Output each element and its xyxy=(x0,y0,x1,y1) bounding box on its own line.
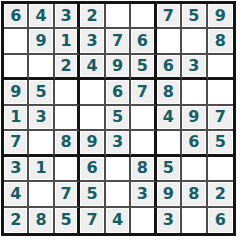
cell-r8c4: 5 xyxy=(80,182,105,207)
cell-r8c6: 3 xyxy=(131,182,156,207)
cell-r5c5: 5 xyxy=(106,106,131,131)
cell-r3c5: 9 xyxy=(106,55,131,80)
cell-r8c5[interactable] xyxy=(106,182,131,207)
cell-r9c5: 4 xyxy=(106,208,131,233)
cell-r7c7: 5 xyxy=(157,157,182,182)
cell-r3c6: 5 xyxy=(131,55,156,80)
cell-r8c9: 2 xyxy=(208,182,233,207)
cell-r3c1[interactable] xyxy=(4,55,29,80)
cell-r4c1: 9 xyxy=(4,80,29,105)
cell-r7c9[interactable] xyxy=(208,157,233,182)
cell-r8c3: 7 xyxy=(55,182,80,207)
cell-r1c4: 2 xyxy=(80,4,105,29)
cell-r2c5: 7 xyxy=(106,29,131,54)
cell-r5c1: 1 xyxy=(4,106,29,131)
cell-r4c5: 6 xyxy=(106,80,131,105)
cell-r7c1: 3 xyxy=(4,157,29,182)
cell-r7c5[interactable] xyxy=(106,157,131,182)
cell-r9c3: 5 xyxy=(55,208,80,233)
cell-r4c3[interactable] xyxy=(55,80,80,105)
cell-r4c7: 8 xyxy=(157,80,182,105)
cell-r8c8: 8 xyxy=(182,182,207,207)
cell-r3c7: 6 xyxy=(157,55,182,80)
cell-r5c8: 9 xyxy=(182,106,207,131)
cell-r1c7: 7 xyxy=(157,4,182,29)
cell-r7c4: 6 xyxy=(80,157,105,182)
cell-r3c2[interactable] xyxy=(29,55,54,80)
cell-r8c1: 4 xyxy=(4,182,29,207)
cell-r6c8: 6 xyxy=(182,131,207,156)
cell-r9c8[interactable] xyxy=(182,208,207,233)
cell-r4c4[interactable] xyxy=(80,80,105,105)
cell-r5c7: 4 xyxy=(157,106,182,131)
cell-r2c7[interactable] xyxy=(157,29,182,54)
cell-r6c7[interactable] xyxy=(157,131,182,156)
cell-r1c1: 6 xyxy=(4,4,29,29)
cell-r6c1: 7 xyxy=(4,131,29,156)
cell-r3c4: 4 xyxy=(80,55,105,80)
cell-r2c8[interactable] xyxy=(182,29,207,54)
cell-r6c5: 3 xyxy=(106,131,131,156)
cell-r7c8[interactable] xyxy=(182,157,207,182)
cell-r5c4[interactable] xyxy=(80,106,105,131)
cell-r9c1: 2 xyxy=(4,208,29,233)
cell-r5c2: 3 xyxy=(29,106,54,131)
cell-r2c3: 1 xyxy=(55,29,80,54)
cell-r8c7: 9 xyxy=(157,182,182,207)
cell-r1c8: 5 xyxy=(182,4,207,29)
cell-r1c2: 4 xyxy=(29,4,54,29)
cell-r9c6[interactable] xyxy=(131,208,156,233)
cell-r6c2[interactable] xyxy=(29,131,54,156)
cell-r8c2[interactable] xyxy=(29,182,54,207)
cell-r6c3: 8 xyxy=(55,131,80,156)
cell-r1c3: 3 xyxy=(55,4,80,29)
cell-r4c2: 5 xyxy=(29,80,54,105)
cell-r2c6: 6 xyxy=(131,29,156,54)
cell-r5c3[interactable] xyxy=(55,106,80,131)
cell-r5c9: 7 xyxy=(208,106,233,131)
cell-r6c4: 9 xyxy=(80,131,105,156)
cell-r9c7: 3 xyxy=(157,208,182,233)
cell-r5c6[interactable] xyxy=(131,106,156,131)
cell-r6c6[interactable] xyxy=(131,131,156,156)
cell-r9c9: 6 xyxy=(208,208,233,233)
cell-r3c3: 2 xyxy=(55,55,80,80)
cell-r2c1[interactable] xyxy=(4,29,29,54)
cell-r3c8: 3 xyxy=(182,55,207,80)
cell-r7c3[interactable] xyxy=(55,157,80,182)
cell-r7c2: 1 xyxy=(29,157,54,182)
cell-r9c4: 7 xyxy=(80,208,105,233)
sudoku-board: 6432759913768249563956781354977893653168… xyxy=(1,1,236,236)
cell-r1c9: 9 xyxy=(208,4,233,29)
cell-r3c9[interactable] xyxy=(208,55,233,80)
cell-r9c2: 8 xyxy=(29,208,54,233)
cell-r4c6: 7 xyxy=(131,80,156,105)
cell-r6c9: 5 xyxy=(208,131,233,156)
cell-r2c2: 9 xyxy=(29,29,54,54)
cell-r2c9: 8 xyxy=(208,29,233,54)
cell-r4c9[interactable] xyxy=(208,80,233,105)
cell-r1c6[interactable] xyxy=(131,4,156,29)
cell-r7c6: 8 xyxy=(131,157,156,182)
cell-r2c4: 3 xyxy=(80,29,105,54)
cell-r4c8[interactable] xyxy=(182,80,207,105)
cell-r1c5[interactable] xyxy=(106,4,131,29)
